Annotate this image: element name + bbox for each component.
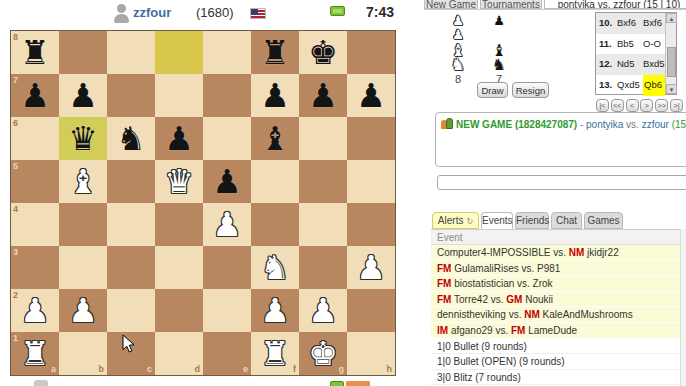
top-player-avatar-icon [113,3,129,24]
square-a3[interactable]: 3 [11,246,59,289]
announcement-text: NEW GAME (1828427087) [456,119,577,130]
piece-wR-f1: ♜ [251,332,299,375]
square-d2[interactable] [155,289,203,332]
player-link[interactable]: pontyika [586,119,623,130]
top-player-clock: 7:43 [366,4,394,20]
square-g3[interactable] [299,246,347,289]
square-d6[interactable]: ♟ [155,117,203,160]
square-a6[interactable]: 6 [11,117,59,160]
piece-wP-g2: ♟ [299,289,347,332]
announcement-text: (15 10 rat [669,119,686,130]
piece-wK-g1: ♚ [299,332,347,375]
player-title: FM [437,278,451,289]
piece-wR-a1: ♜ [11,332,59,375]
square-b7[interactable]: ♟ [59,74,107,117]
square-e5[interactable]: ♟ [203,160,251,203]
square-e1[interactable]: e [203,332,251,375]
rank-label-6: 6 [13,118,18,128]
mouse-cursor [122,334,136,354]
player-title: FM [437,263,451,274]
piece-wP-a2: ♟ [11,289,59,332]
events-table-header: Event [431,229,680,245]
announcement-box: NEW GAME (1828427087) - pontyika vs. zzf… [435,112,686,167]
connection-battery-icon [330,6,345,16]
announcement-text: - [577,119,586,130]
player-title: NM [524,309,540,320]
top-player-name[interactable]: zzfour [133,5,171,20]
event-row[interactable]: 3|0 Blitz (7 rounds) [431,370,680,386]
file-label-h: h [387,364,393,374]
square-g2[interactable]: ♟ [299,289,347,332]
square-b1[interactable]: b [59,332,107,375]
piece-bP-h7: ♟ [347,74,395,117]
chat-input[interactable] [437,175,686,190]
square-h3[interactable]: ♟ [347,246,395,289]
square-g4[interactable] [299,203,347,246]
square-a5[interactable]: 5 [11,160,59,203]
move-list[interactable]: 10.Bxf6Bxf611.Bb5O-O12.Nd5Bxd513.Qxd5Qb6… [595,12,677,95]
black-move[interactable]: O-O [643,34,665,55]
piece-wP-e4: ♟ [203,203,251,246]
black-move[interactable]: Bxd5 [643,54,665,75]
white-move[interactable]: Qxd5 [617,75,642,96]
move-number: 12. [599,54,615,75]
scroll-thumb[interactable] [667,47,676,77]
event-text: GulamaliRises vs. P981 [451,263,560,274]
rank-label-5: 5 [13,161,18,171]
tab-chat[interactable]: Chat [551,212,582,229]
piece-wN-f3: ♞ [251,246,299,289]
event-row[interactable]: IM afgano29 vs. FM LameDude [431,323,680,339]
top-player-rating: (1680) [196,5,234,20]
announcement-text: vs. [623,119,641,130]
event-text: 1|0 Bullet (9 rounds) [437,341,527,352]
square-f8[interactable]: ♜ [251,31,299,74]
square-e8[interactable] [203,31,251,74]
captured-b-P-icon: ♟ [487,13,511,28]
rank-label-3: 3 [13,247,18,257]
piece-wP-f2: ♟ [251,289,299,332]
event-text: 1|0 Bullet (OPEN) (9 rounds) [437,356,565,367]
square-a2[interactable]: 2♟ [11,289,59,332]
move-row-13.: 13.Qxd5Qb6 [596,75,666,96]
event-text: dennistheviking vs. [437,309,524,320]
nav-rewind-button[interactable]: << [611,99,624,112]
file-label-b: b [99,364,105,374]
event-text: jkidjr22 [584,247,618,258]
event-text: LameDude [525,325,577,336]
event-row[interactable]: dennistheviking vs. NM KaleAndMushrooms [431,307,680,323]
square-g8[interactable]: ♚ [299,31,347,74]
square-d1[interactable]: d [155,332,203,375]
event-text: Computer4-IMPOSSIBLE vs. [437,247,569,258]
piece-bR-a8: ♜ [11,31,59,74]
piece-bP-d6: ♟ [155,117,203,160]
event-text: afgano29 vs. [448,325,511,336]
square-e7[interactable] [203,74,251,117]
square-c2[interactable] [107,289,155,332]
square-g7[interactable]: ♟ [299,74,347,117]
event-text: KaleAndMushrooms [540,309,633,320]
event-row[interactable]: 1|0 Bullet (9 rounds) [431,339,680,355]
file-label-c: c [147,364,152,374]
player-title: FM [437,294,451,305]
square-f6[interactable]: ♝ [251,117,299,160]
chess-board[interactable]: 8♜♜♚7♟♟♟♟♟6♛♞♟♝5♝♛♟4♟3♞♟2♟♟♟♟1a♜bcdef♜g♚… [10,30,396,376]
white-move[interactable]: Nd5 [617,54,642,75]
piece-bP-b7: ♟ [59,74,107,117]
square-a1[interactable]: 1a♜ [11,332,59,375]
square-c8[interactable] [107,31,155,74]
piece-bK-g8: ♚ [299,31,347,74]
piece-bN-c6: ♞ [107,117,155,160]
tab-alerts[interactable]: Alerts↻ [432,212,479,229]
tab-events[interactable]: Events [481,212,513,229]
square-c5[interactable] [107,160,155,203]
player-title: IM [437,325,448,336]
move-number: 13. [599,75,615,96]
event-row[interactable]: FM biostatistician vs. Zrok [431,276,680,292]
new-game-announcement: NEW GAME (1828427087) - pontyika vs. zzf… [456,119,686,130]
move-row-12.: 12.Nd5Bxd5 [596,54,666,75]
square-c4[interactable] [107,203,155,246]
square-b5[interactable]: ♝ [59,160,107,203]
piece-bP-e5: ♟ [203,160,251,203]
scroll-up-icon[interactable]: ▲ [666,13,677,23]
square-a4[interactable]: 4 [11,203,59,246]
piece-bP-f7: ♟ [251,74,299,117]
square-b3[interactable] [59,246,107,289]
captured-b-N-icon: ♞ [487,55,511,74]
top-tab-3[interactable]: pontyika vs. zzfour (15 | 10) [544,0,686,9]
square-h4[interactable] [347,203,395,246]
square-f2[interactable]: ♟ [251,289,299,332]
square-h8[interactable] [347,31,395,74]
square-h6[interactable] [347,117,395,160]
move-row-10.: 10.Bxf6Bxf6 [596,13,666,34]
event-text: biostatistician vs. Zrok [451,278,552,289]
square-a7[interactable]: 7♟ [11,74,59,117]
square-e3[interactable] [203,246,251,289]
square-d7[interactable] [155,74,203,117]
live-chess-screen: zzfour (1680) 7:43 8♜♜♚7♟♟♟♟♟6♛♞♟♝5♝♛♟4♟… [0,0,686,386]
square-g1[interactable]: g♚ [299,332,347,375]
scroll-down-icon[interactable]: ▼ [666,84,677,94]
new-game-players-icon [441,118,454,130]
captured-w-N-icon: ♞ [446,55,470,74]
piece-bP-g7: ♟ [299,74,347,117]
event-row[interactable]: FM GulamaliRises vs. P981 [431,261,680,277]
piece-wQ-d5: ♛ [155,160,203,203]
nav-first-button[interactable]: |< [596,99,609,112]
square-g6[interactable] [299,117,347,160]
piece-wB-b5: ♝ [59,160,107,203]
black-move[interactable]: Qb6 [643,75,665,96]
piece-bR-f8: ♜ [251,31,299,74]
square-h7[interactable]: ♟ [347,74,395,117]
event-text: 3|0 Blitz (7 rounds) [437,372,521,383]
captured-w-P-icon: ♟ [446,13,470,28]
captured-w-points: 8 [446,73,470,85]
square-c6[interactable]: ♞ [107,117,155,160]
move-number: 10. [599,13,615,34]
square-b4[interactable] [59,203,107,246]
event-row[interactable]: FM Torre42 vs. GM Noukii [431,292,680,308]
square-d8[interactable] [155,31,203,74]
events-scroll-track[interactable] [680,229,686,386]
square-h2[interactable] [347,289,395,332]
white-move[interactable]: Bb5 [617,34,642,55]
square-c7[interactable] [107,74,155,117]
player-title: GM [506,294,522,305]
bottom-player-avatar-icon [34,380,48,386]
resign-button[interactable]: Resign [512,82,549,98]
square-e4[interactable]: ♟ [203,203,251,246]
piece-bQ-b6: ♛ [59,117,107,160]
piece-bB-f6: ♝ [251,117,299,160]
panel-divider [424,9,686,10]
square-d4[interactable] [155,203,203,246]
rank-label-4: 4 [13,204,18,214]
draw-button[interactable]: Draw [477,82,508,98]
square-e6[interactable] [203,117,251,160]
nav-fastforward-button[interactable]: >> [655,99,668,112]
bottom-connection-battery-icon [330,381,344,386]
event-row[interactable]: Computer4-IMPOSSIBLE vs. NM jkidjr22 [431,245,680,261]
file-label-e: e [243,364,248,374]
top-tab-1[interactable]: New Game [424,0,478,9]
top-tab-2[interactable]: Tournaments [480,0,542,9]
move-number: 11. [599,34,615,55]
white-move[interactable]: Bxf6 [617,13,642,34]
square-c3[interactable] [107,246,155,289]
square-f3[interactable]: ♞ [251,246,299,289]
square-f4[interactable] [251,203,299,246]
alerts-options-icon[interactable]: ↻ [466,217,473,226]
square-a8[interactable]: 8♜ [11,31,59,74]
square-f5[interactable] [251,160,299,203]
square-g5[interactable] [299,160,347,203]
player-title: FM [511,325,525,336]
move-rows: 10.Bxf6Bxf611.Bb5O-O12.Nd5Bxd513.Qxd5Qb6 [596,13,676,96]
tab-friends[interactable]: Friends [515,212,549,229]
event-row[interactable]: 1|0 Bullet (OPEN) (9 rounds) [431,354,680,370]
piece-wP-b2: ♟ [59,289,107,332]
square-b8[interactable] [59,31,107,74]
square-f7[interactable]: ♟ [251,74,299,117]
square-f1[interactable]: f♜ [251,332,299,375]
bottom-player-clock [346,381,370,386]
event-text: Noukii [522,294,553,305]
tab-games[interactable]: Games [584,212,623,229]
piece-bP-a7: ♟ [11,74,59,117]
nav-back-button[interactable]: < [626,99,639,112]
nav-last-button[interactable]: >| [670,99,683,112]
nav-forward-button[interactable]: > [640,99,653,112]
us-flag-icon [250,8,266,19]
square-b6[interactable]: ♛ [59,117,107,160]
captured-w-P-icon: ♟ [446,27,470,42]
square-b2[interactable]: ♟ [59,289,107,332]
black-move[interactable]: Bxf6 [643,13,665,34]
square-h1[interactable]: h [347,332,395,375]
file-label-d: d [195,364,201,374]
square-d5[interactable]: ♛ [155,160,203,203]
event-text: Torre42 vs. [451,294,506,305]
move-list-scrollbar[interactable]: ▲ ▼ [665,13,676,94]
player-link[interactable]: zzfour [642,119,669,130]
square-d3[interactable] [155,246,203,289]
move-row-11.: 11.Bb5O-O [596,34,666,55]
player-title: NM [569,247,585,258]
piece-wP-h3: ♟ [347,246,395,289]
square-e2[interactable] [203,289,251,332]
square-h5[interactable] [347,160,395,203]
